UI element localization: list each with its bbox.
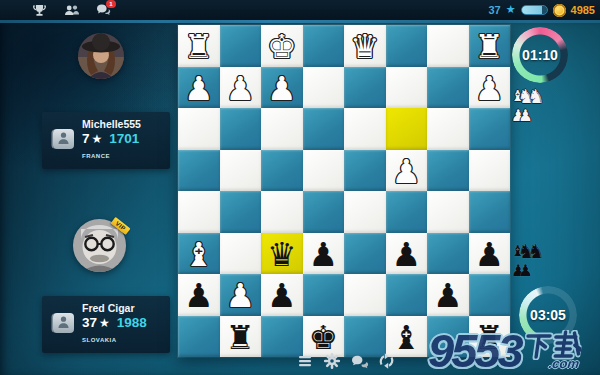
opponent-country: FRANCE xyxy=(82,153,110,159)
black-pawn-piece[interactable]: ♟ xyxy=(469,233,511,275)
flip-board-button[interactable] xyxy=(377,352,395,370)
square-d6[interactable] xyxy=(344,233,386,275)
star-icon: ★ xyxy=(99,316,110,330)
trophy-icon[interactable] xyxy=(32,3,47,18)
coin-icon[interactable] xyxy=(553,4,566,17)
player-plate: Fred Cigar 37 ★ 1988 SLOVAKIA xyxy=(42,296,170,353)
square-f6[interactable]: ♛ xyxy=(261,233,303,275)
square-c5[interactable] xyxy=(386,191,428,233)
square-f8[interactable] xyxy=(261,316,303,358)
square-b3[interactable] xyxy=(427,108,469,150)
square-g1[interactable] xyxy=(220,25,262,67)
square-g8[interactable]: ♜ xyxy=(220,316,262,358)
black-king-piece[interactable]: ♚ xyxy=(303,316,345,358)
square-h3[interactable] xyxy=(178,108,220,150)
top-bar-right: 37 ★ 4985 xyxy=(488,0,595,20)
square-h6[interactable]: ♝ xyxy=(178,233,220,275)
square-c6[interactable]: ♟ xyxy=(386,233,428,275)
square-f3[interactable] xyxy=(261,108,303,150)
square-e1[interactable] xyxy=(303,25,345,67)
opponent-rating: 1701 xyxy=(109,131,139,146)
coin-balance: 4985 xyxy=(571,4,595,16)
square-a4[interactable] xyxy=(469,150,511,192)
black-pawn-piece[interactable]: ♟ xyxy=(303,233,345,275)
black-pawn-piece[interactable]: ♟ xyxy=(386,233,428,275)
square-f2[interactable]: ♟ xyxy=(261,67,303,109)
level-value: 37 xyxy=(488,4,500,16)
tray-line: ♝♞♞ xyxy=(511,241,575,261)
square-h2[interactable]: ♟ xyxy=(178,67,220,109)
square-g4[interactable] xyxy=(220,150,262,192)
white-bishop-piece[interactable]: ♝ xyxy=(178,233,220,275)
level-progress-bar xyxy=(521,5,548,15)
square-e7[interactable] xyxy=(303,274,345,316)
square-e8[interactable]: ♚ xyxy=(303,316,345,358)
square-e5[interactable] xyxy=(303,191,345,233)
black-pawn-piece[interactable]: ♟ xyxy=(178,274,220,316)
opponent-clock-time: 01:10 xyxy=(512,27,568,83)
chat-badge: 1 xyxy=(106,0,116,8)
square-a8[interactable]: ♜ xyxy=(469,316,511,358)
square-f5[interactable] xyxy=(261,191,303,233)
square-a2[interactable]: ♟ xyxy=(469,67,511,109)
player-clock-time: 03:05 xyxy=(519,286,577,344)
top-bar: 1 37 ★ 4985 xyxy=(0,0,600,20)
white-pawn-piece[interactable]: ♟ xyxy=(178,67,220,109)
square-c8[interactable]: ♝ xyxy=(386,316,428,358)
black-rook-piece[interactable]: ♜ xyxy=(220,316,262,358)
square-d8[interactable] xyxy=(344,316,386,358)
opponent-avatar[interactable] xyxy=(78,33,124,79)
square-b8[interactable] xyxy=(427,316,469,358)
square-a5[interactable] xyxy=(469,191,511,233)
profile-badge-icon[interactable] xyxy=(53,313,74,333)
square-g5[interactable] xyxy=(220,191,262,233)
chat-icon[interactable]: 1 xyxy=(96,3,111,18)
chess-board: ♜♚♛♜♟♟♟♟♟♝♛♟♟♟♟♟♟♟♜♚♝♜ xyxy=(178,25,510,357)
square-a6[interactable]: ♟ xyxy=(469,233,511,275)
square-a3[interactable] xyxy=(469,108,511,150)
white-rook-piece[interactable]: ♜ xyxy=(178,25,220,67)
opponent-stars: 7 xyxy=(82,131,90,146)
square-d4[interactable] xyxy=(344,150,386,192)
player-rating: 1988 xyxy=(117,315,147,330)
square-c3[interactable] xyxy=(386,108,428,150)
square-h5[interactable] xyxy=(178,191,220,233)
white-rook-piece[interactable]: ♜ xyxy=(469,25,511,67)
black-pawn-piece[interactable]: ♟ xyxy=(261,274,303,316)
player-rating-row: 37 ★ 1988 xyxy=(82,315,147,330)
opponent-plate: Michelle555 7 ★ 1701 FRANCE xyxy=(42,112,170,169)
captured-pawn-icon: ♟ xyxy=(518,106,532,126)
settings-gear-button[interactable] xyxy=(323,352,341,370)
square-b5[interactable] xyxy=(427,191,469,233)
square-c1[interactable] xyxy=(386,25,428,67)
square-a1[interactable]: ♜ xyxy=(469,25,511,67)
square-d5[interactable] xyxy=(344,191,386,233)
square-f1[interactable]: ♚ xyxy=(261,25,303,67)
tray-line: ♝♞♞ xyxy=(511,86,575,106)
square-h7[interactable]: ♟ xyxy=(178,274,220,316)
menu-button[interactable] xyxy=(296,352,314,370)
captured-knight-icon: ♞ xyxy=(528,241,545,261)
opponent-name: Michelle555 xyxy=(82,118,141,130)
square-e6[interactable]: ♟ xyxy=(303,233,345,275)
square-d3[interactable] xyxy=(344,108,386,150)
square-b1[interactable] xyxy=(427,25,469,67)
chess-app-window: 1 37 ★ 4985 Mic xyxy=(0,0,600,375)
white-queen-piece[interactable]: ♛ xyxy=(344,25,386,67)
tray-line: ♟♟ xyxy=(511,261,575,281)
square-b4[interactable] xyxy=(427,150,469,192)
player-clock: 03:05 xyxy=(519,286,577,344)
square-g2[interactable]: ♟ xyxy=(220,67,262,109)
square-g6[interactable] xyxy=(220,233,262,275)
opponent-clock: 01:10 xyxy=(512,27,568,83)
square-d7[interactable] xyxy=(344,274,386,316)
white-pawn-piece[interactable]: ♟ xyxy=(220,67,262,109)
square-h8[interactable] xyxy=(178,316,220,358)
level-star-icon: ★ xyxy=(506,0,516,20)
square-e4[interactable] xyxy=(303,150,345,192)
white-pawn-piece[interactable]: ♟ xyxy=(469,67,511,109)
square-b2[interactable] xyxy=(427,67,469,109)
square-d1[interactable]: ♛ xyxy=(344,25,386,67)
black-bishop-piece[interactable]: ♝ xyxy=(386,316,428,358)
chat-bubbles-button[interactable] xyxy=(350,352,368,370)
square-c7[interactable] xyxy=(386,274,428,316)
white-pawn-piece[interactable]: ♟ xyxy=(386,150,428,192)
game-toolbar xyxy=(296,352,395,370)
square-b7[interactable]: ♟ xyxy=(427,274,469,316)
top-bar-accent-line xyxy=(0,20,600,23)
tray-line: ♟♟ xyxy=(511,106,575,126)
black-pawn-piece[interactable]: ♟ xyxy=(427,274,469,316)
player-name: Fred Cigar xyxy=(82,302,135,314)
captured-tray-top: ♝♞♞♟♟ xyxy=(511,86,575,126)
black-queen-piece[interactable]: ♛ xyxy=(261,233,303,275)
square-f7[interactable]: ♟ xyxy=(261,274,303,316)
captured-pawn-icon: ♟ xyxy=(518,261,532,281)
players-icon[interactable] xyxy=(64,3,79,18)
player-stars: 37 xyxy=(82,315,97,330)
square-g7[interactable]: ♟ xyxy=(220,274,262,316)
square-c2[interactable] xyxy=(386,67,428,109)
profile-badge-icon[interactable] xyxy=(53,129,74,149)
square-c4[interactable]: ♟ xyxy=(386,150,428,192)
white-pawn-piece[interactable]: ♟ xyxy=(220,274,262,316)
square-a7[interactable] xyxy=(469,274,511,316)
square-e3[interactable] xyxy=(303,108,345,150)
square-e2[interactable] xyxy=(303,67,345,109)
star-icon: ★ xyxy=(92,132,103,146)
top-bar-left-icons: 1 xyxy=(32,0,111,20)
square-d2[interactable] xyxy=(344,67,386,109)
square-b6[interactable] xyxy=(427,233,469,275)
captured-knight-icon: ♞ xyxy=(528,86,545,106)
square-h4[interactable] xyxy=(178,150,220,192)
square-g3[interactable] xyxy=(220,108,262,150)
opponent-rating-row: 7 ★ 1701 xyxy=(82,131,139,146)
square-h1[interactable]: ♜ xyxy=(178,25,220,67)
square-f4[interactable] xyxy=(261,150,303,192)
player-country: SLOVAKIA xyxy=(82,337,117,343)
black-rook-piece[interactable]: ♜ xyxy=(469,316,511,358)
captured-tray-bottom: ♝♞♞♟♟ xyxy=(511,241,575,281)
white-pawn-piece[interactable]: ♟ xyxy=(261,67,303,109)
white-king-piece[interactable]: ♚ xyxy=(261,25,303,67)
